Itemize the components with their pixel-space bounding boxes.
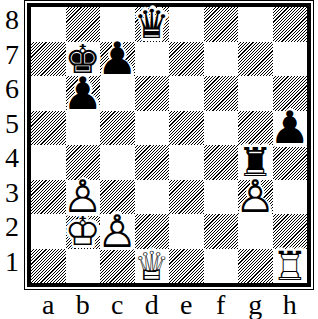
square-e2 xyxy=(169,214,204,249)
square-f1 xyxy=(204,249,239,284)
square-h7 xyxy=(273,42,308,77)
chess-diagram: 87654321 ♛♛♚♚♟♟♟♟♟♟♜♜♟♙♟♙♚♔♟♙♛♕♜♖ abcdef… xyxy=(0,0,318,319)
file-labels: abcdefgh xyxy=(31,291,307,318)
square-e7 xyxy=(169,42,204,77)
piece-glyph: ♕ xyxy=(134,246,170,286)
board-border: ♛♛♚♚♟♟♟♟♟♟♜♜♟♙♟♙♚♔♟♙♛♕♜♖ xyxy=(27,3,311,287)
rank-label-4: 4 xyxy=(0,141,24,176)
square-e8 xyxy=(169,7,204,42)
square-f7 xyxy=(204,42,239,77)
square-g7 xyxy=(238,42,273,77)
file-label-b: b xyxy=(66,291,101,318)
file-label-f: f xyxy=(204,291,239,318)
piece-white-rook: ♜♖ xyxy=(273,249,308,284)
rank-label-8: 8 xyxy=(0,3,24,38)
square-b6: ♟♟ xyxy=(66,76,101,111)
square-h1: ♜♖ xyxy=(273,249,308,284)
square-d1: ♛♕ xyxy=(135,249,170,284)
file-label-g: g xyxy=(238,291,273,318)
rank-label-6: 6 xyxy=(0,72,24,107)
piece-white-pawn: ♟♙ xyxy=(100,214,135,249)
square-e3 xyxy=(169,180,204,215)
square-e4 xyxy=(169,145,204,180)
square-e6 xyxy=(169,76,204,111)
square-g8 xyxy=(238,7,273,42)
file-label-e: e xyxy=(169,291,204,318)
square-f8 xyxy=(204,7,239,42)
rank-label-2: 2 xyxy=(0,210,24,245)
file-label-d: d xyxy=(135,291,170,318)
piece-glyph: ♟ xyxy=(270,105,310,150)
square-e5 xyxy=(169,111,204,146)
piece-white-pawn: ♟♙ xyxy=(238,180,273,215)
board-frame: ♛♛♚♚♟♟♟♟♟♟♜♜♟♙♟♙♚♔♟♙♛♕♜♖ xyxy=(24,0,314,290)
rank-label-7: 7 xyxy=(0,38,24,73)
file-label-h: h xyxy=(273,291,308,318)
square-a8 xyxy=(31,7,66,42)
piece-glyph: ♟ xyxy=(63,71,103,116)
rank-label-5: 5 xyxy=(0,107,24,142)
rank-labels: 87654321 xyxy=(0,3,24,279)
rank-label-3: 3 xyxy=(0,176,24,211)
square-f5 xyxy=(204,111,239,146)
square-f6 xyxy=(204,76,239,111)
square-g3: ♟♙ xyxy=(238,180,273,215)
file-label-a: a xyxy=(31,291,66,318)
square-a1 xyxy=(31,249,66,284)
chess-board: ♛♛♚♚♟♟♟♟♟♟♜♜♟♙♟♙♚♔♟♙♛♕♜♖ xyxy=(31,7,307,283)
piece-glyph: ♙ xyxy=(235,174,275,219)
piece-black-pawn: ♟♟ xyxy=(273,111,308,146)
square-c2: ♟♙ xyxy=(100,214,135,249)
piece-black-pawn: ♟♟ xyxy=(66,76,101,111)
square-d5 xyxy=(135,111,170,146)
piece-glyph: ♖ xyxy=(272,246,308,286)
file-label-c: c xyxy=(100,291,135,318)
rank-label-1: 1 xyxy=(0,245,24,280)
square-h8 xyxy=(273,7,308,42)
piece-white-queen: ♛♕ xyxy=(135,249,170,284)
square-h5: ♟♟ xyxy=(273,111,308,146)
square-e1 xyxy=(169,249,204,284)
square-g1 xyxy=(238,249,273,284)
square-d4 xyxy=(135,145,170,180)
